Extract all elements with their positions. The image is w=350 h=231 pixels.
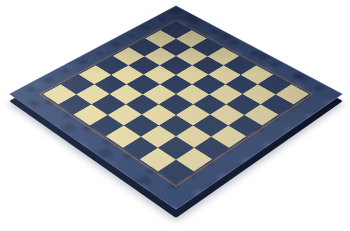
chess-board-product-photo	[0, 0, 350, 231]
chess-board	[9, 5, 343, 209]
board-playing-field	[43, 22, 309, 184]
border-pinstripe-inlay	[39, 20, 313, 187]
